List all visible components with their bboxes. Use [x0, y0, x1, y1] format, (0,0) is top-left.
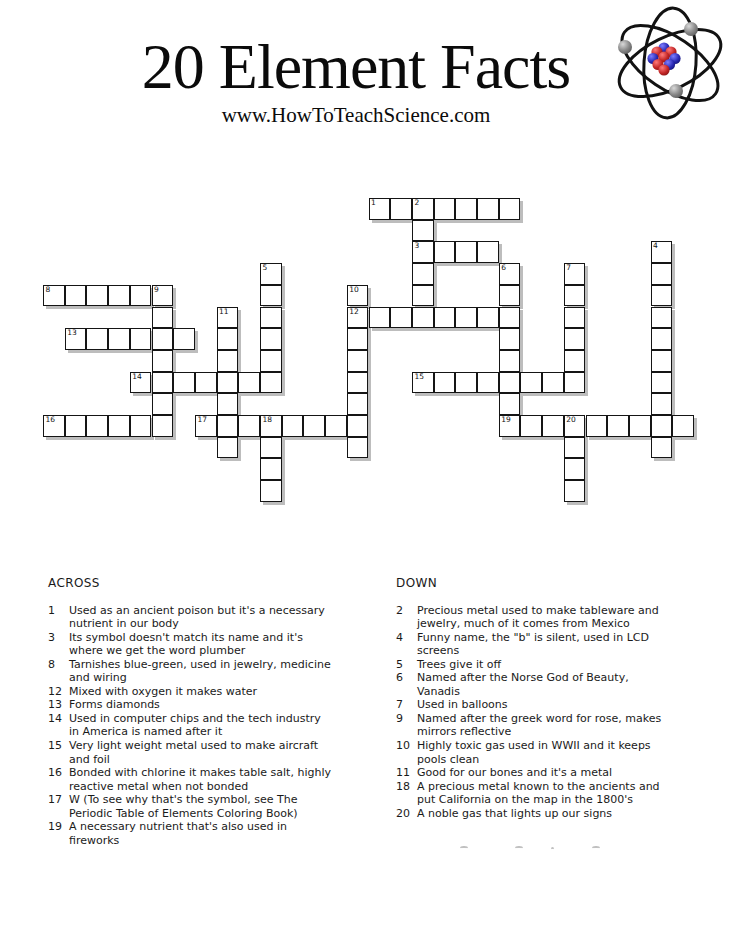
down-clues: DOWN 2Precious metal used to make tablew…: [396, 577, 675, 820]
grid-cell[interactable]: [152, 328, 174, 350]
grid-cell[interactable]: [542, 372, 564, 394]
nucleus: [647, 42, 680, 75]
grid-cell[interactable]: [130, 415, 152, 437]
grid-cell[interactable]: [477, 198, 499, 220]
grid-cell[interactable]: [260, 328, 282, 350]
clue-number: 18: [396, 780, 417, 794]
grid-cell[interactable]: 15: [412, 372, 434, 394]
grid-cell[interactable]: [520, 415, 542, 437]
grid-cell[interactable]: [499, 393, 521, 415]
grid-cell[interactable]: [455, 307, 477, 329]
grid-cell[interactable]: [586, 415, 608, 437]
grid-cell[interactable]: 12: [347, 307, 369, 329]
grid-cell[interactable]: [86, 415, 108, 437]
cell-number: 8: [46, 286, 51, 295]
grid-cell[interactable]: [434, 241, 456, 263]
grid-cell[interactable]: [499, 307, 521, 329]
crossword-grid: 1234567891011121314151617181920: [43, 198, 695, 503]
clue-text: W (To see why that's the symbol, see The…: [69, 793, 334, 820]
cell-number: 4: [653, 242, 658, 251]
grid-cell[interactable]: [347, 350, 369, 372]
down-header: DOWN: [396, 577, 675, 591]
clue-number: 20: [396, 807, 417, 821]
clue-item: 19A necessary nutrient that's also used …: [48, 820, 340, 847]
grid-cell[interactable]: [217, 350, 239, 372]
grid-cell[interactable]: [173, 372, 195, 394]
grid-cell[interactable]: [260, 458, 282, 480]
grid-cell[interactable]: [412, 220, 434, 242]
clue-text: Good for our bones and it's a metal: [417, 766, 669, 780]
grid-cell[interactable]: [325, 415, 347, 437]
grid-cell[interactable]: [564, 458, 586, 480]
clue-text: Funny name, the "b" is silent, used in L…: [417, 631, 669, 658]
grid-cell[interactable]: [260, 437, 282, 459]
grid-cell[interactable]: [499, 198, 521, 220]
clue-item: 9Named after the greek word for rose, ma…: [396, 712, 675, 739]
clue-number: 16: [48, 766, 69, 780]
clue-item: 20A noble gas that lights up our signs: [396, 807, 675, 821]
grid-cell[interactable]: 6: [499, 263, 521, 285]
grid-cell[interactable]: [412, 263, 434, 285]
clue-number: 7: [396, 698, 417, 712]
grid-cell[interactable]: [152, 415, 174, 437]
clue-text: A necessary nutrient that's also used in…: [69, 820, 334, 847]
across-clues: ACROSS 1Used as an ancient poison but it…: [48, 577, 340, 847]
clue-text: Forms diamonds: [69, 698, 334, 712]
clue-text: A precious metal known to the ancients a…: [417, 780, 669, 807]
grid-cell[interactable]: 17: [195, 415, 217, 437]
clue-text: Used in computer chips and the tech indu…: [69, 712, 334, 739]
grid-cell[interactable]: [65, 285, 87, 307]
clue-number: 19: [48, 820, 69, 834]
grid-cell[interactable]: 20: [564, 415, 586, 437]
grid-cell[interactable]: [651, 263, 673, 285]
clue-item: 7Used in balloons: [396, 698, 675, 712]
grid-cell[interactable]: [260, 372, 282, 394]
cell-number: 14: [132, 373, 142, 382]
grid-cell[interactable]: [65, 415, 87, 437]
clue-text: Named after the Norse God of Beauty, Van…: [417, 671, 669, 698]
header: 20 Element Facts www.HowToTeachScience.c…: [0, 34, 712, 127]
clue-item: 18A precious metal known to the ancients…: [396, 780, 675, 807]
cell-number: 12: [349, 308, 359, 317]
grid-cell[interactable]: 4: [651, 241, 673, 263]
clue-number: 5: [396, 658, 417, 672]
clue-number: 12: [48, 685, 69, 699]
grid-cell[interactable]: 8: [43, 285, 65, 307]
site-url: www.HowToTeachScience.com: [0, 103, 712, 127]
clue-number: 15: [48, 739, 69, 753]
clue-item: 12Mixed with oxygen it makes water: [48, 685, 340, 699]
grid-cell[interactable]: [108, 285, 130, 307]
cell-number: 9: [154, 286, 159, 295]
clue-number: 14: [48, 712, 69, 726]
grid-cell[interactable]: [86, 328, 108, 350]
grid-cell[interactable]: [434, 198, 456, 220]
grid-cell[interactable]: [672, 415, 694, 437]
grid-cell[interactable]: [238, 372, 260, 394]
clue-number: 6: [396, 671, 417, 685]
clue-number: 1: [48, 604, 69, 618]
grid-cell[interactable]: [434, 372, 456, 394]
clue-text: Named after the greek word for rose, mak…: [417, 712, 669, 739]
grid-cell[interactable]: [651, 372, 673, 394]
grid-cell[interactable]: [130, 328, 152, 350]
grid-cell[interactable]: 9: [152, 285, 174, 307]
grid-cell[interactable]: [152, 372, 174, 394]
grid-cell[interactable]: [412, 285, 434, 307]
grid-cell[interactable]: [347, 393, 369, 415]
grid-cell[interactable]: [477, 307, 499, 329]
worksheet-page: 20 Element Facts www.HowToTeachScience.c…: [0, 0, 736, 951]
clue-item: 15Very light weight metal used to make a…: [48, 739, 340, 766]
clue-item: 14Used in computer chips and the tech in…: [48, 712, 340, 739]
grid-cell[interactable]: [217, 415, 239, 437]
grid-cell[interactable]: [651, 415, 673, 437]
grid-cell[interactable]: [564, 307, 586, 329]
clue-number: 11: [396, 766, 417, 780]
cell-number: 1: [371, 199, 376, 208]
cell-number: 17: [197, 416, 207, 425]
cell-number: 2: [414, 199, 419, 208]
grid-cell[interactable]: 14: [130, 372, 152, 394]
grid-cell[interactable]: [651, 393, 673, 415]
grid-cell[interactable]: [303, 415, 325, 437]
clue-item: 1Used as an ancient poison but it's a ne…: [48, 604, 340, 631]
grid-cell[interactable]: [564, 372, 586, 394]
grid-cell[interactable]: [564, 328, 586, 350]
grid-cell[interactable]: 2: [412, 198, 434, 220]
clue-text: Used in balloons: [417, 698, 669, 712]
grid-cell[interactable]: [217, 328, 239, 350]
grid-cell[interactable]: 16: [43, 415, 65, 437]
grid-cell[interactable]: [455, 372, 477, 394]
grid-cell[interactable]: [564, 437, 586, 459]
clue-number: 10: [396, 739, 417, 753]
grid-cell[interactable]: [651, 307, 673, 329]
grid-cell[interactable]: [369, 307, 391, 329]
clue-text: Mixed with oxygen it makes water: [69, 685, 334, 699]
cell-number: 13: [67, 329, 77, 338]
grid-cell[interactable]: [499, 285, 521, 307]
clue-number: 9: [396, 712, 417, 726]
grid-cell[interactable]: [455, 198, 477, 220]
clue-item: 17W (To see why that's the symbol, see T…: [48, 793, 340, 820]
grid-cell[interactable]: [238, 415, 260, 437]
grid-cell[interactable]: [173, 328, 195, 350]
clue-number: 8: [48, 658, 69, 672]
grid-cell[interactable]: [455, 241, 477, 263]
page-title: 20 Element Facts: [0, 34, 712, 100]
grid-cell[interactable]: [347, 415, 369, 437]
clue-number: 4: [396, 631, 417, 645]
grid-cell[interactable]: [347, 437, 369, 459]
cell-number: 5: [263, 264, 268, 273]
grid-cell[interactable]: [260, 285, 282, 307]
grid-cell[interactable]: [477, 241, 499, 263]
clue-text: A noble gas that lights up our signs: [417, 807, 669, 821]
grid-cell[interactable]: 1: [369, 198, 391, 220]
grid-cell[interactable]: [108, 328, 130, 350]
clue-text: Used as an ancient poison but it's a nec…: [69, 604, 334, 631]
clue-number: 3: [48, 631, 69, 645]
across-list: 1Used as an ancient poison but it's a ne…: [48, 604, 340, 848]
grid-cell[interactable]: [347, 328, 369, 350]
grid-cell[interactable]: [108, 415, 130, 437]
grid-cell[interactable]: 19: [499, 415, 521, 437]
clue-number: 17: [48, 793, 69, 807]
grid-cell[interactable]: [499, 350, 521, 372]
clue-item: 6Named after the Norse God of Beauty, Va…: [396, 671, 675, 698]
grid-cell[interactable]: [260, 307, 282, 329]
grid-cell[interactable]: [564, 285, 586, 307]
grid-cell[interactable]: [195, 372, 217, 394]
clue-item: 13Forms diamonds: [48, 698, 340, 712]
grid-cell[interactable]: [564, 480, 586, 502]
clue-item: 11Good for our bones and it's a metal: [396, 766, 675, 780]
grid-cell[interactable]: [477, 372, 499, 394]
grid-cell[interactable]: [499, 372, 521, 394]
grid-cell[interactable]: 10: [347, 285, 369, 307]
grid-cell[interactable]: [651, 350, 673, 372]
clue-text: Bonded with chlorine it makes table salt…: [69, 766, 334, 793]
clue-item: 2Precious metal used to make tableware a…: [396, 604, 675, 631]
grid-cell[interactable]: [542, 415, 564, 437]
grid-cell[interactable]: [130, 285, 152, 307]
grid-cell[interactable]: [282, 415, 304, 437]
grid-cell[interactable]: [152, 350, 174, 372]
down-list: 2Precious metal used to make tableware a…: [396, 604, 675, 821]
grid-cell[interactable]: [260, 480, 282, 502]
grid-cell[interactable]: [390, 307, 412, 329]
cell-number: 3: [414, 242, 419, 251]
clue-number: 2: [396, 604, 417, 618]
across-header: ACROSS: [48, 577, 340, 591]
grid-cell[interactable]: [152, 393, 174, 415]
clue-text: Tarnishes blue-green, used in jewelry, m…: [69, 658, 334, 685]
clue-text: Highly toxic gas used in WWII and it kee…: [417, 739, 669, 766]
grid-cell[interactable]: 5: [260, 263, 282, 285]
cell-number: 18: [263, 416, 273, 425]
clue-number: 13: [48, 698, 69, 712]
grid-cell[interactable]: [499, 328, 521, 350]
grid-cell[interactable]: [217, 393, 239, 415]
grid-cell[interactable]: 18: [260, 415, 282, 437]
grid-cell[interactable]: [347, 372, 369, 394]
grid-cell[interactable]: [412, 307, 434, 329]
grid-cell[interactable]: [86, 285, 108, 307]
grid-cell[interactable]: [651, 437, 673, 459]
clue-text: Very light weight metal used to make air…: [69, 739, 334, 766]
clue-item: 16Bonded with chlorine it makes table sa…: [48, 766, 340, 793]
cell-number: 16: [46, 416, 56, 425]
grid-cell[interactable]: [564, 350, 586, 372]
grid-cell[interactable]: 3: [412, 241, 434, 263]
cell-number: 15: [414, 373, 424, 382]
grid-cell[interactable]: [390, 198, 412, 220]
grid-cell[interactable]: [607, 415, 629, 437]
cell-number: 7: [566, 264, 571, 273]
grid-cell[interactable]: [520, 372, 542, 394]
clue-item: 8Tarnishes blue-green, used in jewelry, …: [48, 658, 340, 685]
grid-cell[interactable]: [152, 307, 174, 329]
cell-number: 6: [501, 264, 506, 273]
grid-cell[interactable]: [651, 285, 673, 307]
grid-cell[interactable]: 13: [65, 328, 87, 350]
clue-item: 10Highly toxic gas used in WWII and it k…: [396, 739, 675, 766]
clue-item: 3Its symbol doesn't match its name and i…: [48, 631, 340, 658]
cell-number: 19: [501, 416, 511, 425]
clue-text: Precious metal used to make tableware an…: [417, 604, 669, 631]
clue-item: 5Trees give it off: [396, 658, 675, 672]
clue-item: 4Funny name, the "b" is silent, used in …: [396, 631, 675, 658]
cell-number: 20: [566, 416, 576, 425]
clue-text: Its symbol doesn't match its name and it…: [69, 631, 334, 658]
cell-number: 10: [349, 286, 359, 295]
grid-cell[interactable]: [651, 328, 673, 350]
grid-cell[interactable]: [260, 350, 282, 372]
grid-cell[interactable]: [217, 372, 239, 394]
cell-number: 11: [219, 308, 229, 317]
grid-cell[interactable]: [434, 307, 456, 329]
grid-cell[interactable]: [217, 437, 239, 459]
grid-cell[interactable]: [629, 415, 651, 437]
grid-cell[interactable]: 7: [564, 263, 586, 285]
clue-text: Trees give it off: [417, 658, 669, 672]
grid-cell[interactable]: 11: [217, 307, 239, 329]
atom-icon: [610, 5, 734, 123]
